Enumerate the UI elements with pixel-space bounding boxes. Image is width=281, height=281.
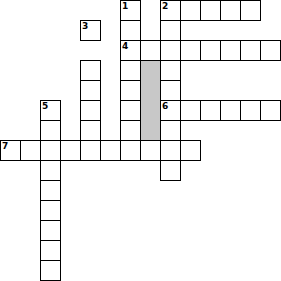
crossword-cell[interactable] — [180, 140, 201, 161]
crossword-cell[interactable] — [140, 140, 161, 161]
crossword-cell[interactable] — [120, 80, 141, 101]
crossword-cell[interactable] — [80, 140, 101, 161]
crossword-cell[interactable] — [200, 40, 221, 61]
crossword-cell[interactable] — [200, 100, 221, 121]
crossword-cell[interactable] — [20, 140, 41, 161]
crossword-cell[interactable] — [80, 100, 101, 121]
crossword-cell[interactable] — [80, 60, 101, 81]
crossword-cell[interactable] — [160, 40, 181, 61]
crossword-cell[interactable] — [160, 100, 181, 121]
crossword-cell[interactable] — [140, 40, 161, 61]
crossword-cell[interactable] — [80, 80, 101, 101]
crossword-cell[interactable] — [40, 180, 61, 201]
crossword-cell[interactable] — [120, 100, 141, 121]
crossword-cell[interactable] — [120, 0, 141, 21]
crossword-cell[interactable] — [220, 0, 241, 21]
crossword-cell[interactable] — [180, 40, 201, 61]
crossword-cell[interactable] — [240, 0, 261, 21]
crossword-cell[interactable] — [40, 260, 61, 281]
crossword-cell[interactable] — [40, 140, 61, 161]
crossword-cell[interactable] — [120, 60, 141, 81]
crossword-cell[interactable] — [180, 0, 201, 21]
crossword-cell[interactable] — [260, 40, 281, 61]
crossword-cell[interactable] — [40, 240, 61, 261]
crossword-cell[interactable] — [100, 140, 121, 161]
crossword-cell-shaded[interactable] — [140, 120, 161, 141]
crossword-cell[interactable] — [40, 120, 61, 141]
crossword-cell[interactable] — [160, 20, 181, 41]
crossword-cell[interactable] — [220, 100, 241, 121]
crossword-cell[interactable] — [240, 40, 261, 61]
crossword-cell[interactable] — [120, 120, 141, 141]
crossword-cell[interactable] — [120, 20, 141, 41]
crossword-cell[interactable] — [40, 160, 61, 181]
crossword-cell[interactable] — [40, 220, 61, 241]
crossword-cell[interactable] — [40, 100, 61, 121]
crossword-cell[interactable] — [240, 100, 261, 121]
crossword-cell[interactable] — [220, 40, 241, 61]
crossword-cell[interactable] — [0, 140, 21, 161]
crossword-page: 1234567 — [0, 0, 281, 281]
crossword-cell[interactable] — [160, 60, 181, 81]
crossword-cell[interactable] — [160, 0, 181, 21]
crossword-board: 1234567 — [0, 0, 281, 281]
crossword-cell[interactable] — [160, 120, 181, 141]
crossword-cell[interactable] — [80, 120, 101, 141]
crossword-cell[interactable] — [260, 100, 281, 121]
crossword-cell[interactable] — [120, 140, 141, 161]
crossword-cell[interactable] — [160, 80, 181, 101]
crossword-cell[interactable] — [200, 0, 221, 21]
crossword-cell[interactable] — [120, 40, 141, 61]
crossword-cell-shaded[interactable] — [140, 80, 161, 101]
crossword-cell[interactable] — [180, 100, 201, 121]
crossword-cell-shaded[interactable] — [140, 60, 161, 81]
crossword-cell[interactable] — [80, 20, 101, 41]
crossword-cell[interactable] — [40, 200, 61, 221]
crossword-cell[interactable] — [160, 140, 181, 161]
crossword-cell-shaded[interactable] — [140, 100, 161, 121]
crossword-cell[interactable] — [60, 140, 81, 161]
crossword-cell[interactable] — [160, 160, 181, 181]
